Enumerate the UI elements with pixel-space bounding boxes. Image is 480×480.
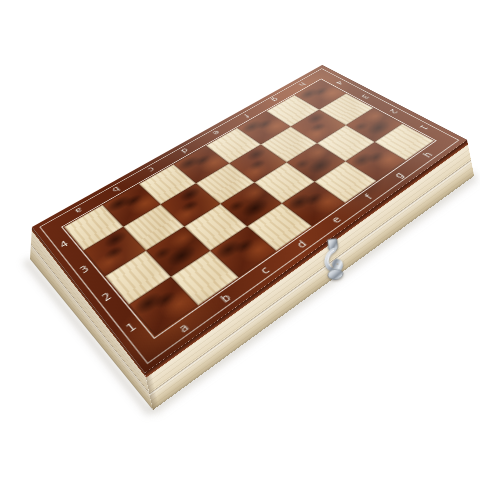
metal-clasp	[314, 235, 353, 283]
product-photo-scene: abcdefgh abcdefgh 4321 4321	[0, 0, 480, 480]
